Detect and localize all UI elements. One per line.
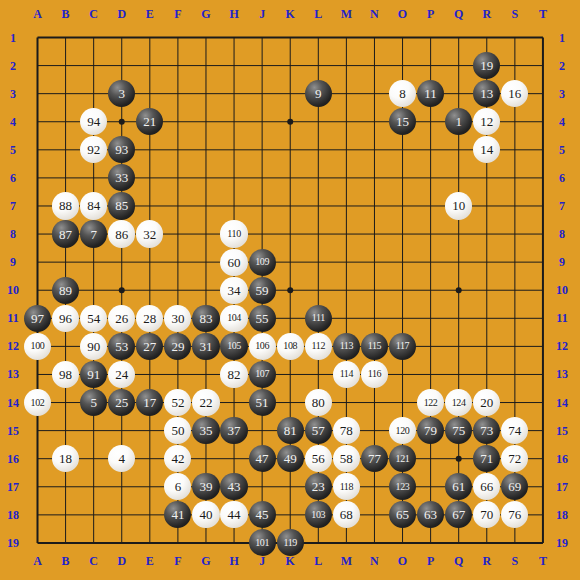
move-number: 66 (480, 480, 493, 493)
stone-white-26-D11: 26 (108, 305, 135, 332)
stone-white-28-E11: 28 (136, 305, 163, 332)
coord-label: M (336, 7, 356, 21)
move-number: 9 (315, 87, 322, 100)
move-number: 49 (284, 452, 297, 465)
stone-white-76-S18: 76 (501, 501, 528, 528)
move-number: 67 (452, 508, 465, 521)
move-number: 24 (115, 367, 128, 380)
stone-black-91-C13: 91 (80, 361, 107, 388)
stone-white-112-L12: 112 (305, 333, 332, 360)
stone-white-66-R17: 66 (473, 473, 500, 500)
move-number: 112 (312, 341, 325, 351)
coord-label: S (505, 7, 525, 21)
move-number: 63 (424, 508, 437, 521)
stone-black-103-L18: 103 (305, 501, 332, 528)
move-number: 83 (199, 311, 212, 324)
stone-white-56-L16: 56 (305, 445, 332, 472)
move-number: 113 (340, 341, 353, 351)
move-number: 18 (59, 452, 72, 465)
move-number: 21 (143, 115, 156, 128)
stone-white-54-C11: 54 (80, 305, 107, 332)
stone-white-102-A14: 102 (24, 389, 51, 416)
move-number: 106 (255, 341, 269, 351)
stone-black-57-L15: 57 (305, 417, 332, 444)
stone-white-124-Q14: 124 (445, 389, 472, 416)
move-number: 118 (340, 481, 353, 491)
stone-black-87-B8: 87 (52, 220, 79, 247)
move-number: 57 (312, 424, 325, 437)
coord-label: 7 (2, 199, 24, 213)
coord-label: L (308, 7, 328, 21)
stone-black-45-J18: 45 (249, 501, 276, 528)
coord-label: 6 (2, 171, 24, 185)
stone-black-83-G11: 83 (192, 305, 219, 332)
stone-white-114-M13: 114 (333, 361, 360, 388)
move-number: 109 (255, 257, 269, 267)
coord-label: 12 (2, 339, 24, 353)
coord-label: P (421, 7, 441, 21)
stone-white-122-P14: 122 (417, 389, 444, 416)
move-number: 17 (143, 396, 156, 409)
move-number: 71 (480, 452, 493, 465)
move-number: 28 (143, 311, 156, 324)
stone-black-11-P3: 11 (417, 80, 444, 107)
stone-white-68-M18: 68 (333, 501, 360, 528)
coord-label: E (140, 7, 160, 21)
move-number: 105 (227, 341, 241, 351)
stone-white-42-F16: 42 (164, 445, 191, 472)
move-number: 30 (171, 311, 184, 324)
move-number: 100 (31, 341, 45, 351)
move-number: 96 (59, 311, 72, 324)
move-number: 55 (256, 311, 269, 324)
coord-label: 18 (2, 508, 24, 522)
move-number: 70 (480, 508, 493, 521)
stone-black-25-D14: 25 (108, 389, 135, 416)
move-number: 91 (87, 367, 100, 380)
stone-black-121-O16: 121 (389, 445, 416, 472)
coord-label: D (112, 7, 132, 21)
coord-label: 14 (2, 396, 24, 410)
move-number: 84 (87, 199, 100, 212)
move-number: 12 (480, 115, 493, 128)
move-number: 6 (175, 480, 182, 493)
move-number: 74 (508, 424, 521, 437)
move-number: 59 (256, 283, 269, 296)
stone-white-60-H9: 60 (220, 249, 247, 276)
stone-black-37-H15: 37 (220, 417, 247, 444)
stone-black-81-K15: 81 (277, 417, 304, 444)
move-number: 92 (87, 143, 100, 156)
stone-black-55-J11: 55 (249, 305, 276, 332)
coord-label: B (56, 7, 76, 21)
stone-white-24-D13: 24 (108, 361, 135, 388)
stone-white-44-H18: 44 (220, 501, 247, 528)
stone-white-72-S16: 72 (501, 445, 528, 472)
stone-black-113-M12: 113 (333, 333, 360, 360)
move-number: 34 (228, 283, 241, 296)
coord-label: A (28, 7, 48, 21)
move-number: 41 (171, 508, 184, 521)
stone-black-79-P15: 79 (417, 417, 444, 444)
stone-white-14-R5: 14 (473, 136, 500, 163)
stone-white-90-C12: 90 (80, 333, 107, 360)
stone-black-7-C8: 7 (80, 220, 107, 247)
move-number: 47 (256, 452, 269, 465)
move-number: 115 (368, 341, 381, 351)
move-number: 60 (228, 255, 241, 268)
coord-label: N (364, 7, 384, 21)
move-number: 40 (199, 508, 212, 521)
stone-black-89-B10: 89 (52, 277, 79, 304)
stone-black-73-R15: 73 (473, 417, 500, 444)
move-number: 16 (508, 87, 521, 100)
stone-black-69-S17: 69 (501, 473, 528, 500)
move-number: 110 (227, 229, 240, 239)
stone-black-1-Q4: 1 (445, 108, 472, 135)
move-number: 20 (480, 396, 493, 409)
stone-white-70-R18: 70 (473, 501, 500, 528)
coord-label: 2 (2, 59, 24, 73)
move-number: 98 (59, 367, 72, 380)
move-number: 54 (87, 311, 100, 324)
stone-white-32-E8: 32 (136, 220, 163, 247)
coord-label: 4 (2, 115, 24, 129)
stone-white-12-R4: 12 (473, 108, 500, 135)
stone-black-23-L17: 23 (305, 473, 332, 500)
stone-black-111-L11: 111 (305, 305, 332, 332)
stone-white-96-B11: 96 (52, 305, 79, 332)
stone-white-40-G18: 40 (192, 501, 219, 528)
stone-white-74-S15: 74 (501, 417, 528, 444)
stone-white-78-M15: 78 (333, 417, 360, 444)
stone-white-88-B7: 88 (52, 192, 79, 219)
move-number: 11 (424, 87, 437, 100)
stone-black-77-N16: 77 (361, 445, 388, 472)
move-number: 72 (508, 452, 521, 465)
move-number: 79 (424, 424, 437, 437)
move-number: 89 (59, 283, 72, 296)
coord-label: 11 (2, 311, 24, 325)
coord-label: J (252, 7, 272, 21)
stone-black-115-N12: 115 (361, 333, 388, 360)
coord-label: 8 (2, 227, 24, 241)
stone-black-27-E12: 27 (136, 333, 163, 360)
coord-label: 15 (2, 424, 24, 438)
move-number: 87 (59, 227, 72, 240)
move-number: 69 (508, 480, 521, 493)
move-number: 102 (31, 397, 45, 407)
coord-label: 5 (2, 143, 24, 157)
stone-white-116-N13: 116 (361, 361, 388, 388)
move-number: 61 (452, 480, 465, 493)
move-number: 14 (480, 143, 493, 156)
move-number: 25 (115, 396, 128, 409)
stone-black-49-K16: 49 (277, 445, 304, 472)
stone-black-19-R2: 19 (473, 52, 500, 79)
stone-black-67-Q18: 67 (445, 501, 472, 528)
move-number: 107 (255, 369, 269, 379)
move-number: 117 (396, 341, 409, 351)
stone-black-61-Q17: 61 (445, 473, 472, 500)
move-number: 51 (256, 396, 269, 409)
stone-black-15-O4: 15 (389, 108, 416, 135)
move-number: 123 (396, 481, 410, 491)
stone-black-13-R3: 13 (473, 80, 500, 107)
move-number: 77 (368, 452, 381, 465)
stone-black-39-G17: 39 (192, 473, 219, 500)
move-number: 81 (284, 424, 297, 437)
coord-label: 1 (2, 31, 24, 45)
stone-black-53-D12: 53 (108, 333, 135, 360)
move-number: 88 (59, 199, 72, 212)
stone-black-5-C14: 5 (80, 389, 107, 416)
move-number: 82 (228, 367, 241, 380)
move-number: 108 (283, 341, 297, 351)
stone-black-93-D5: 93 (108, 136, 135, 163)
stone-white-108-K12: 108 (277, 333, 304, 360)
stone-black-75-Q15: 75 (445, 417, 472, 444)
stone-white-50-F15: 50 (164, 417, 191, 444)
stone-black-43-H17: 43 (220, 473, 247, 500)
stone-white-16-S3: 16 (501, 80, 528, 107)
move-number: 119 (283, 537, 296, 547)
stone-white-8-O3: 8 (389, 80, 416, 107)
stone-black-21-E4: 21 (136, 108, 163, 135)
move-number: 121 (396, 453, 410, 463)
move-number: 111 (312, 313, 325, 323)
stone-white-118-M17: 118 (333, 473, 360, 500)
stone-black-119-K19: 119 (277, 529, 304, 556)
coord-label: C (84, 7, 104, 21)
move-number: 103 (311, 509, 325, 519)
move-number: 27 (143, 339, 156, 352)
move-number: 68 (340, 508, 353, 521)
stone-white-22-G14: 22 (192, 389, 219, 416)
move-number: 3 (118, 87, 125, 100)
stone-white-80-L14: 80 (305, 389, 332, 416)
move-number: 45 (256, 508, 269, 521)
move-number: 4 (118, 452, 125, 465)
stone-white-4-D16: 4 (108, 445, 135, 472)
move-number: 7 (90, 227, 97, 240)
stone-black-47-J16: 47 (249, 445, 276, 472)
move-number: 97 (31, 311, 44, 324)
stone-white-84-C7: 84 (80, 192, 107, 219)
stone-white-94-C4: 94 (80, 108, 107, 135)
coord-label: H (224, 7, 244, 21)
move-number: 114 (340, 369, 353, 379)
stone-black-33-D6: 33 (108, 164, 135, 191)
move-number: 101 (255, 537, 269, 547)
go-kifu-diagram: ABCDEFGHJKLMNOPQRST ABCDEFGHJKLMNOPQRST … (0, 0, 580, 580)
stone-black-117-O12: 117 (389, 333, 416, 360)
move-number: 5 (90, 396, 97, 409)
move-number: 26 (115, 311, 128, 324)
stone-black-3-D3: 3 (108, 80, 135, 107)
move-number: 33 (115, 171, 128, 184)
move-number: 78 (340, 424, 353, 437)
coord-label: G (196, 7, 216, 21)
move-number: 76 (508, 508, 521, 521)
move-number: 10 (452, 199, 465, 212)
move-number: 29 (171, 339, 184, 352)
coord-label: 13 (2, 367, 24, 381)
move-number: 124 (452, 397, 466, 407)
move-number: 23 (312, 480, 325, 493)
move-number: 73 (480, 424, 493, 437)
stone-black-71-R16: 71 (473, 445, 500, 472)
move-number: 42 (171, 452, 184, 465)
move-number: 1 (455, 115, 462, 128)
stone-black-51-J14: 51 (249, 389, 276, 416)
move-number: 58 (340, 452, 353, 465)
stone-black-107-J13: 107 (249, 361, 276, 388)
move-number: 8 (399, 87, 406, 100)
stone-white-120-O15: 120 (389, 417, 416, 444)
coord-label: 16 (2, 452, 24, 466)
stone-white-20-R14: 20 (473, 389, 500, 416)
stone-black-97-A11: 97 (24, 305, 51, 332)
stone-black-29-F12: 29 (164, 333, 191, 360)
move-number: 80 (312, 396, 325, 409)
move-number: 31 (199, 339, 212, 352)
move-number: 104 (227, 313, 241, 323)
stone-white-110-H8: 110 (220, 220, 247, 247)
move-number: 122 (424, 397, 438, 407)
move-number: 32 (143, 227, 156, 240)
move-number: 90 (87, 339, 100, 352)
move-number: 39 (199, 480, 212, 493)
stone-black-123-O17: 123 (389, 473, 416, 500)
move-number: 35 (199, 424, 212, 437)
stone-white-58-M16: 58 (333, 445, 360, 472)
move-number: 13 (480, 87, 493, 100)
coord-label: T (533, 7, 553, 21)
move-number: 19 (480, 59, 493, 72)
stone-white-104-H11: 104 (220, 305, 247, 332)
stone-white-92-C5: 92 (80, 136, 107, 163)
stone-black-17-E14: 17 (136, 389, 163, 416)
move-number: 65 (396, 508, 409, 521)
coord-label: 17 (2, 480, 24, 494)
stone-white-98-B13: 98 (52, 361, 79, 388)
stone-white-106-J12: 106 (249, 333, 276, 360)
stone-black-105-H12: 105 (220, 333, 247, 360)
go-board[interactable]: 1345678910111213141516171819202122232425… (23, 23, 556, 556)
coord-label: 3 (2, 87, 24, 101)
stone-white-18-B16: 18 (52, 445, 79, 472)
stone-black-101-J19: 101 (249, 529, 276, 556)
stone-black-65-O18: 65 (389, 501, 416, 528)
stone-white-30-F11: 30 (164, 305, 191, 332)
stone-black-35-G15: 35 (192, 417, 219, 444)
move-number: 37 (228, 424, 241, 437)
stone-black-109-J9: 109 (249, 249, 276, 276)
stone-black-85-D7: 85 (108, 192, 135, 219)
move-number: 22 (199, 396, 212, 409)
stone-white-82-H13: 82 (220, 361, 247, 388)
stone-black-63-P18: 63 (417, 501, 444, 528)
move-number: 93 (115, 143, 128, 156)
stone-white-100-A12: 100 (24, 333, 51, 360)
move-number: 44 (228, 508, 241, 521)
move-number: 120 (396, 425, 410, 435)
stone-white-52-F14: 52 (164, 389, 191, 416)
move-number: 86 (115, 227, 128, 240)
coord-label: R (477, 7, 497, 21)
stone-white-34-H10: 34 (220, 277, 247, 304)
move-number: 56 (312, 452, 325, 465)
stone-black-59-J10: 59 (249, 277, 276, 304)
coord-label: 19 (2, 536, 24, 550)
coord-label: Q (449, 7, 469, 21)
move-number: 94 (87, 115, 100, 128)
coord-label: K (280, 7, 300, 21)
coord-label: O (393, 7, 413, 21)
move-number: 53 (115, 339, 128, 352)
move-number: 50 (171, 424, 184, 437)
move-number: 116 (368, 369, 381, 379)
move-number: 75 (452, 424, 465, 437)
move-number: 52 (171, 396, 184, 409)
coord-label: 9 (2, 255, 24, 269)
stone-white-10-Q7: 10 (445, 192, 472, 219)
stone-black-9-L3: 9 (305, 80, 332, 107)
stone-white-86-D8: 86 (108, 220, 135, 247)
stone-black-41-F18: 41 (164, 501, 191, 528)
stone-black-31-G12: 31 (192, 333, 219, 360)
coord-label: 10 (2, 283, 24, 297)
move-number: 15 (396, 115, 409, 128)
move-number: 43 (228, 480, 241, 493)
coord-label: F (168, 7, 188, 21)
stone-white-6-F17: 6 (164, 473, 191, 500)
move-number: 85 (115, 199, 128, 212)
